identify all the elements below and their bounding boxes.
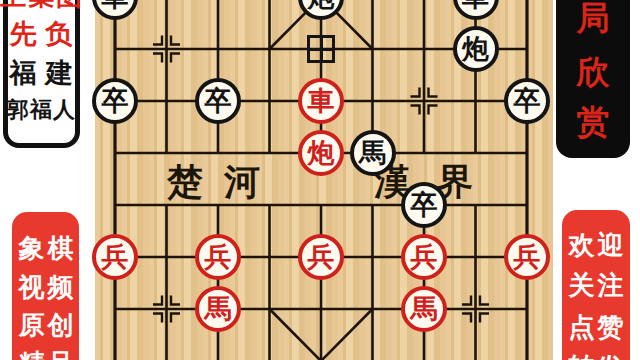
- panel-text: 视频: [16, 270, 77, 305]
- piece-red-cannon[interactable]: 炮: [298, 130, 344, 176]
- panel-text: 象棋: [16, 231, 77, 266]
- piece-red-horse[interactable]: 馬: [195, 286, 241, 332]
- river-char: 楚: [167, 158, 203, 207]
- river-char: 河: [224, 158, 260, 207]
- panel-text: 原创: [16, 308, 77, 343]
- panel-text: 关注: [566, 268, 627, 303]
- piece-black-horse[interactable]: 馬: [350, 130, 396, 176]
- piece-red-soldier[interactable]: 兵: [401, 234, 447, 280]
- panel-text: 点赞: [566, 310, 627, 345]
- piece-black-cannon[interactable]: 炮: [453, 26, 499, 72]
- panel-text: 欣: [577, 50, 610, 95]
- piece-red-soldier[interactable]: 兵: [504, 234, 550, 280]
- panel-text: 欢迎: [566, 228, 627, 263]
- piece-black-soldier[interactable]: 卒: [195, 78, 241, 124]
- piece-red-horse[interactable]: 馬: [401, 286, 447, 332]
- panel-text: 精品: [16, 346, 77, 360]
- piece-red-soldier[interactable]: 兵: [92, 234, 138, 280]
- video-frame: 楚河漢界 車炮車炮卒卒卒馬卒車炮兵兵兵兵兵馬馬 上集图先负福建郭福人名局欣赏象棋…: [0, 0, 640, 360]
- piece-black-soldier[interactable]: 卒: [504, 78, 550, 124]
- panel-text: 局: [577, 0, 610, 41]
- panel-text: 先负: [1, 16, 82, 52]
- piece-red-chariot[interactable]: 車: [298, 78, 344, 124]
- panel-text: 郭福人: [6, 95, 76, 125]
- piece-red-soldier[interactable]: 兵: [195, 234, 241, 280]
- panel-text: 赏: [577, 100, 610, 145]
- piece-black-soldier[interactable]: 卒: [401, 182, 447, 228]
- panel-text: 福建: [1, 55, 82, 91]
- last-move-marker: [307, 35, 335, 63]
- piece-black-soldier[interactable]: 卒: [92, 78, 138, 124]
- panel-text: 转发: [566, 350, 627, 360]
- panel-text: 上集图: [0, 0, 84, 14]
- piece-red-soldier[interactable]: 兵: [298, 234, 344, 280]
